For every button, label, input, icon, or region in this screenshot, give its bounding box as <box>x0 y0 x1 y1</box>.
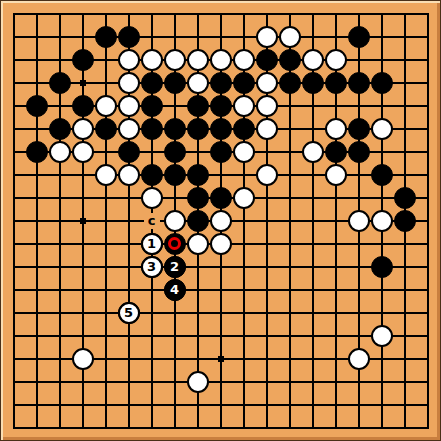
black-stone <box>164 72 186 94</box>
black-stone <box>210 141 232 163</box>
black-stone <box>187 187 209 209</box>
hoshi-point <box>80 80 86 86</box>
black-stone <box>95 118 117 140</box>
white-stone <box>49 141 71 163</box>
white-stone <box>187 49 209 71</box>
black-stone <box>394 210 416 232</box>
white-stone <box>302 141 324 163</box>
white-stone <box>164 49 186 71</box>
white-stone <box>210 49 232 71</box>
grid-line-horizontal <box>13 266 429 268</box>
white-stone <box>325 49 347 71</box>
grid-line-horizontal <box>13 335 429 337</box>
white-stone <box>141 49 163 71</box>
black-stone <box>49 72 71 94</box>
grid-line-horizontal <box>13 427 429 429</box>
black-stone <box>118 26 140 48</box>
white-stone <box>118 118 140 140</box>
white-stone <box>141 187 163 209</box>
white-stone <box>371 325 393 347</box>
hoshi-point <box>80 218 86 224</box>
white-stone <box>118 164 140 186</box>
white-stone <box>187 371 209 393</box>
black-stone <box>210 95 232 117</box>
black-stone <box>348 141 370 163</box>
white-stone <box>233 49 255 71</box>
black-stone <box>26 141 48 163</box>
white-stone <box>233 141 255 163</box>
white-stone-move-1: 1 <box>141 233 163 255</box>
white-stone <box>371 118 393 140</box>
white-stone <box>256 95 278 117</box>
white-stone <box>233 95 255 117</box>
black-stone <box>394 187 416 209</box>
black-stone <box>279 49 301 71</box>
black-stone <box>187 95 209 117</box>
black-stone <box>279 72 301 94</box>
black-stone <box>371 256 393 278</box>
black-stone <box>164 164 186 186</box>
black-stone <box>325 141 347 163</box>
white-stone <box>72 118 94 140</box>
black-stone <box>141 118 163 140</box>
white-stone <box>371 210 393 232</box>
white-stone <box>302 49 324 71</box>
move-number-3: 3 <box>147 260 156 273</box>
grid-line-horizontal <box>13 404 429 406</box>
black-stone <box>348 26 370 48</box>
white-stone <box>325 164 347 186</box>
white-stone <box>118 49 140 71</box>
black-stone <box>233 118 255 140</box>
circle-marker <box>168 237 181 250</box>
black-stone <box>302 72 324 94</box>
black-stone <box>164 141 186 163</box>
white-stone <box>348 348 370 370</box>
white-stone <box>233 187 255 209</box>
white-stone <box>279 26 301 48</box>
white-stone <box>187 72 209 94</box>
move-number-4: 4 <box>170 283 179 296</box>
grid-line-horizontal <box>13 381 429 383</box>
black-stone <box>233 72 255 94</box>
black-stone <box>26 95 48 117</box>
move-number-2: 2 <box>170 260 179 273</box>
white-stone <box>256 118 278 140</box>
white-stone <box>210 210 232 232</box>
white-stone <box>118 95 140 117</box>
white-stone-move-3: 3 <box>141 256 163 278</box>
black-stone <box>371 72 393 94</box>
white-stone <box>118 72 140 94</box>
black-stone-move-4: 4 <box>164 279 186 301</box>
black-stone <box>95 26 117 48</box>
black-stone <box>72 95 94 117</box>
white-stone <box>72 141 94 163</box>
grid-line-horizontal <box>13 312 429 314</box>
move-number-5: 5 <box>124 306 133 319</box>
hoshi-point <box>218 356 224 362</box>
black-stone <box>210 72 232 94</box>
black-stone <box>210 118 232 140</box>
white-stone <box>256 72 278 94</box>
white-stone <box>325 118 347 140</box>
white-stone <box>187 233 209 255</box>
go-board: 12345c <box>0 0 441 441</box>
black-stone <box>141 72 163 94</box>
black-stone-move-2: 2 <box>164 256 186 278</box>
white-stone <box>210 233 232 255</box>
white-stone <box>72 348 94 370</box>
black-stone <box>187 118 209 140</box>
white-stone <box>95 164 117 186</box>
white-stone <box>256 26 278 48</box>
black-stone <box>256 49 278 71</box>
white-stone <box>256 164 278 186</box>
black-stone <box>325 72 347 94</box>
black-stone <box>187 210 209 232</box>
black-stone <box>141 95 163 117</box>
black-stone <box>141 164 163 186</box>
white-stone <box>95 95 117 117</box>
white-stone <box>164 210 186 232</box>
black-stone <box>348 118 370 140</box>
black-stone <box>187 164 209 186</box>
black-stone <box>210 187 232 209</box>
move-number-1: 1 <box>147 237 156 250</box>
black-stone <box>72 49 94 71</box>
black-stone <box>49 118 71 140</box>
white-stone <box>348 210 370 232</box>
black-stone <box>164 118 186 140</box>
white-stone-move-5: 5 <box>118 302 140 324</box>
grid-line-horizontal <box>13 289 429 291</box>
black-stone <box>348 72 370 94</box>
black-stone <box>118 141 140 163</box>
point-label-c: c <box>144 213 160 229</box>
black-stone <box>371 164 393 186</box>
grid-line-vertical <box>427 13 429 429</box>
